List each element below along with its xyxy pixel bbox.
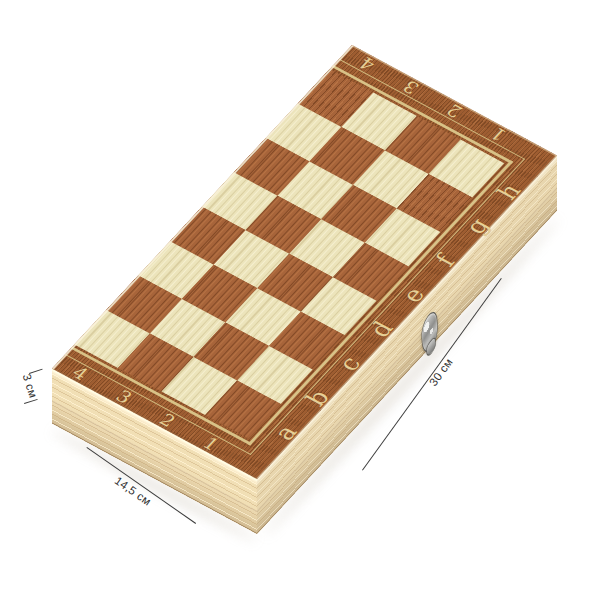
rank-label-top-1: 1	[487, 125, 510, 144]
dimension-tick-3cm-bottom	[24, 399, 38, 404]
rank-label-bottom-4: 4	[69, 364, 92, 383]
file-label-d: d	[365, 318, 397, 341]
scene: abcdefgh43214321 30 см 14,5 см 3 см	[0, 0, 600, 600]
file-label-f: f	[431, 251, 459, 269]
rank-label-top-4: 4	[356, 54, 379, 73]
file-label-b: b	[302, 387, 334, 410]
file-label-h: h	[493, 180, 525, 203]
file-label-c: c	[334, 353, 365, 374]
rank-label-bottom-1: 1	[200, 435, 223, 454]
rank-label-top-3: 3	[400, 78, 423, 97]
rank-label-bottom-2: 2	[156, 411, 179, 430]
rank-label-bottom-3: 3	[112, 388, 135, 407]
dimension-label-3cm: 3 см	[21, 373, 40, 400]
file-label-e: e	[398, 284, 429, 306]
file-label-a: a	[270, 422, 301, 444]
file-label-g: g	[461, 215, 493, 238]
rank-label-top-2: 2	[443, 101, 466, 120]
